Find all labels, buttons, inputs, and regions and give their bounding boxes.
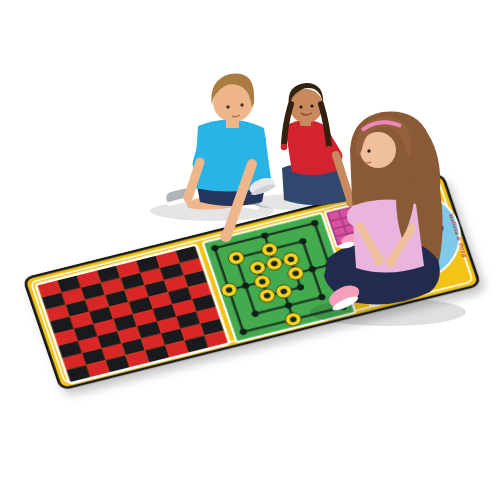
- girl-right-headband: [362, 122, 401, 130]
- morris-piece-yellow[interactable]: [260, 241, 279, 257]
- girl-middle-hair-tie-right: [326, 146, 333, 153]
- morris-point: [239, 328, 248, 336]
- child-girl-middle: [247, 83, 356, 207]
- girl-middle-hair-tie-left: [281, 144, 288, 151]
- girl-right-hair-front: [356, 116, 412, 160]
- boy-mouth: [232, 115, 240, 117]
- boy-shorts: [196, 176, 266, 206]
- morris-piece-yellow[interactable]: [248, 260, 267, 276]
- girl-middle-braid-right: [321, 104, 329, 146]
- morris-point: [339, 303, 348, 311]
- orange_grid-cell: [369, 290, 385, 303]
- boy-head: [213, 82, 253, 122]
- morris-piece-yellow[interactable]: [284, 311, 303, 327]
- morris-point: [241, 282, 250, 290]
- morris-piece-yellow[interactable]: [281, 251, 300, 267]
- boy-eye-left: [226, 105, 229, 108]
- orange_grid-cell: [411, 279, 427, 292]
- morris-point: [296, 283, 305, 291]
- boy-eye-right: [240, 103, 243, 106]
- girl-middle-braid-left: [284, 104, 291, 144]
- morris-piece-yellow[interactable]: [274, 283, 293, 299]
- girl-right-face: [360, 132, 396, 168]
- morris-piece-yellow[interactable]: [286, 265, 305, 281]
- morris-piece-yellow[interactable]: [227, 250, 246, 266]
- girl-right-eye: [367, 149, 370, 152]
- boy-legs: [186, 195, 242, 210]
- morris-point: [284, 302, 293, 310]
- morris-point: [210, 244, 219, 252]
- girl-middle-arm-pointing: [336, 155, 350, 199]
- girl-middle-neck: [300, 116, 311, 126]
- games-rug: Melissa & Doug: [22, 173, 482, 391]
- product-photo-scene: Melissa & Doug: [0, 0, 500, 500]
- morris-piece-yellow[interactable]: [253, 273, 272, 289]
- boy-shirt: [194, 119, 272, 191]
- boy-sleeve2: [200, 142, 206, 164]
- girl-middle-head: [289, 89, 323, 123]
- orange_grid-cell: [383, 286, 399, 299]
- girl-middle-sleeve: [324, 136, 336, 156]
- girl-middle-smile: [301, 113, 312, 115]
- pink_grid-cell: [336, 235, 348, 244]
- girl-middle-shirt: [285, 120, 344, 175]
- boy-shoe-right: [233, 194, 261, 210]
- pink_grid-cell: [371, 226, 383, 235]
- checkers-board: [34, 243, 232, 385]
- child-boy-left: [165, 73, 272, 242]
- pink_grid-cell: [359, 229, 371, 238]
- boy-arm2: [188, 162, 200, 198]
- morris-piece-yellow[interactable]: [258, 287, 277, 303]
- morris-piece-yellow[interactable]: [219, 282, 238, 298]
- boy-shadow: [150, 201, 274, 221]
- morris-point: [298, 237, 307, 245]
- girl-middle-eye-left: [299, 105, 302, 108]
- pink_grid-cell: [348, 232, 360, 241]
- morris-point: [325, 261, 334, 269]
- boy-neck: [226, 117, 239, 128]
- morris-point: [317, 293, 326, 301]
- girl-right-mouth: [364, 162, 371, 163]
- boy-hair: [211, 73, 254, 108]
- morris-point: [308, 265, 317, 273]
- morris-point: [251, 310, 260, 318]
- morris-point: [260, 232, 269, 240]
- boy-shoe-left: [165, 187, 195, 206]
- girl-middle-hair: [289, 83, 324, 106]
- girl-middle-eye-right: [310, 104, 313, 107]
- orange_grid-cell: [397, 283, 413, 296]
- girl-middle-shoe: [247, 175, 276, 197]
- boy-sleeve: [251, 140, 258, 168]
- morris-point: [310, 219, 319, 227]
- morris-piece-yellow[interactable]: [265, 255, 284, 271]
